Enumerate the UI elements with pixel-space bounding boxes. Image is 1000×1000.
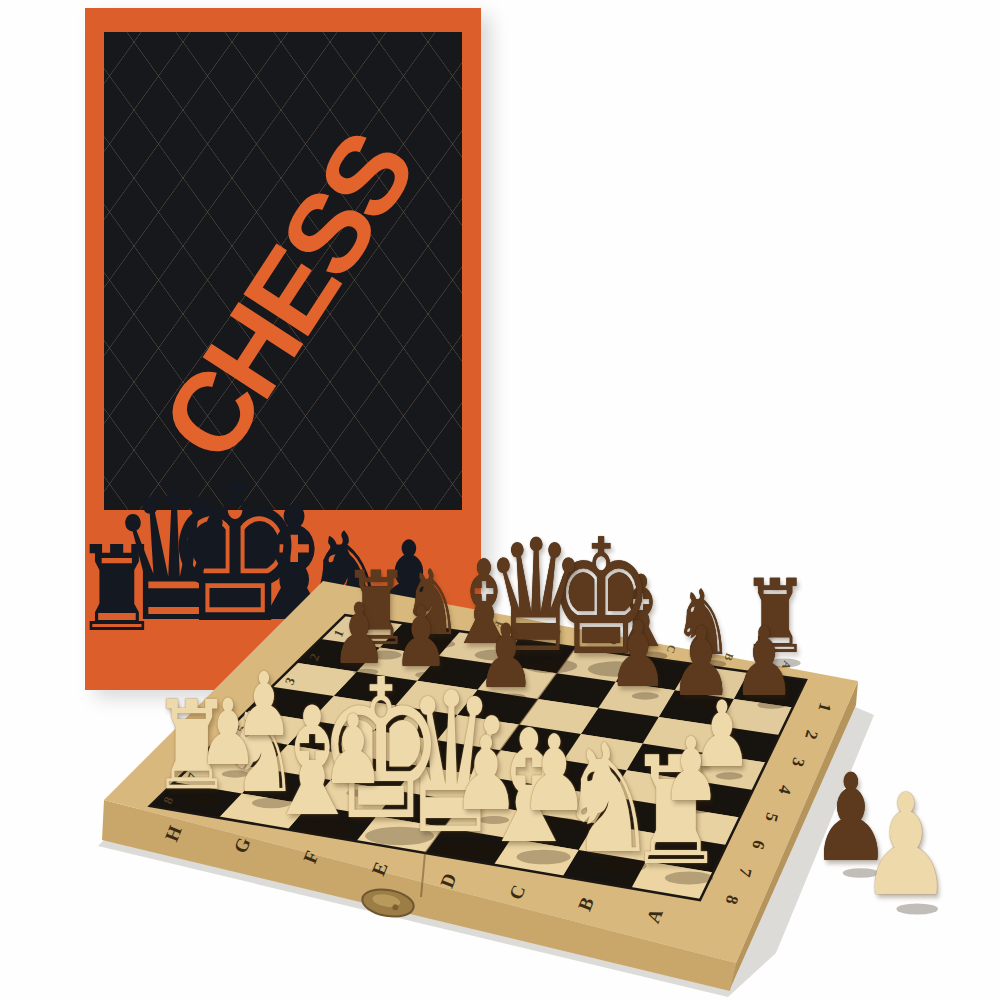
piece-dark-pawn-c2: ♟ — [608, 609, 668, 700]
piece-white-pawn-h7: ♟ — [198, 687, 258, 778]
piece-white-pawn-d7: ♟ — [452, 723, 520, 825]
piece-white-pawn-a5: ♟ — [662, 726, 720, 814]
product-photo: CHESS ♜♛♚♝♞♟ ABCDEFGH1234567812345678ABC… — [0, 0, 1000, 1000]
piece-white-pawn-f7: ♟ — [321, 702, 385, 798]
piece-white-pawn-c7: ♟ — [519, 722, 589, 827]
piece-white-pawn-captured: ♟ — [860, 776, 953, 916]
